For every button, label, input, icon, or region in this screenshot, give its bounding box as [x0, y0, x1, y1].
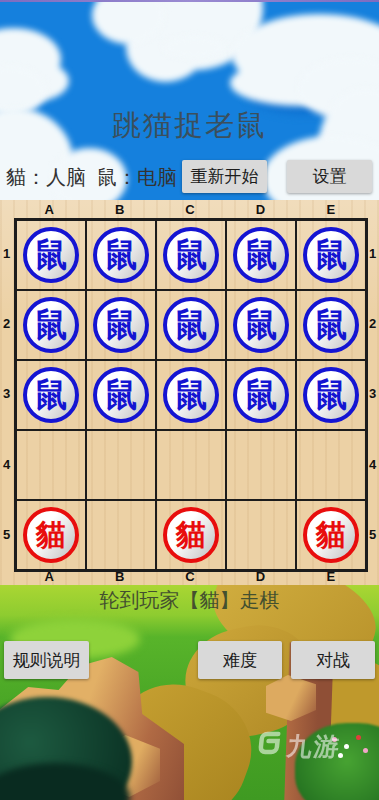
column-labels-top: ABCDE [14, 202, 366, 217]
mouse-piece-C3[interactable]: 鼠 [163, 367, 219, 423]
row-label-5: 5 [366, 500, 379, 570]
battle-button[interactable]: 对战 [291, 641, 375, 679]
col-label-A: A [14, 202, 84, 217]
cloud-shape [162, 36, 226, 58]
flower-dot [356, 735, 361, 740]
app-screen: 跳猫捉老鼠 貓：人脑 鼠：电脑 重新开始 设置 ABCDE 12345 鼠鼠鼠鼠… [0, 0, 379, 800]
mouse-piece-C1[interactable]: 鼠 [163, 227, 219, 283]
mouse-piece-C2[interactable]: 鼠 [163, 297, 219, 353]
turn-status-text: 轮到玩家【貓】走棋 [0, 587, 379, 614]
rules-button[interactable]: 规则说明 [4, 641, 89, 679]
watermark: 九游 [254, 729, 343, 763]
col-label-E: E [296, 569, 366, 584]
row-label-3: 3 [366, 359, 379, 429]
col-label-A: A [14, 569, 84, 584]
cell-C1[interactable]: 鼠 [156, 220, 226, 290]
cat-piece-A5[interactable]: 貓 [23, 507, 79, 563]
col-label-D: D [225, 202, 295, 217]
cell-B1[interactable]: 鼠 [86, 220, 156, 290]
mouse-piece-D3[interactable]: 鼠 [233, 367, 289, 423]
cell-B4[interactable] [86, 430, 156, 500]
cell-E2[interactable]: 鼠 [296, 290, 366, 360]
difficulty-button[interactable]: 难度 [198, 641, 282, 679]
mouse-piece-B2[interactable]: 鼠 [93, 297, 149, 353]
col-label-E: E [296, 202, 366, 217]
cell-D5[interactable] [226, 500, 296, 570]
mouse-piece-E3[interactable]: 鼠 [303, 367, 359, 423]
board-section: ABCDE 12345 鼠鼠鼠鼠鼠鼠鼠鼠鼠鼠鼠鼠鼠鼠鼠貓貓貓 12345 ABC… [0, 200, 379, 585]
cell-B3[interactable]: 鼠 [86, 360, 156, 430]
col-label-D: D [225, 569, 295, 584]
jiuyou-logo-icon [254, 729, 284, 763]
cat-piece-E5[interactable]: 貓 [303, 507, 359, 563]
col-label-B: B [84, 202, 154, 217]
flower-dot [363, 748, 368, 753]
row-label-1: 1 [366, 218, 379, 288]
mouse-piece-E2[interactable]: 鼠 [303, 297, 359, 353]
cell-A1[interactable]: 鼠 [16, 220, 86, 290]
cell-D2[interactable]: 鼠 [226, 290, 296, 360]
sky-header: 跳猫捉老鼠 貓：人脑 鼠：电脑 重新开始 设置 [0, 0, 379, 200]
column-labels-bottom: ABCDE [14, 569, 366, 584]
row-label-4: 4 [366, 429, 379, 499]
mouse-piece-D2[interactable]: 鼠 [233, 297, 289, 353]
cell-C3[interactable]: 鼠 [156, 360, 226, 430]
cell-E4[interactable] [296, 430, 366, 500]
row-labels-left: 12345 [0, 218, 13, 570]
cell-A2[interactable]: 鼠 [16, 290, 86, 360]
cell-D3[interactable]: 鼠 [226, 360, 296, 430]
mouse-piece-D1[interactable]: 鼠 [233, 227, 289, 283]
mouse-piece-A1[interactable]: 鼠 [23, 227, 79, 283]
players-info-label: 貓：人脑 鼠：电脑 [6, 164, 177, 191]
mouse-piece-E1[interactable]: 鼠 [303, 227, 359, 283]
row-label-3: 3 [0, 359, 13, 429]
row-label-5: 5 [0, 500, 13, 570]
cell-A4[interactable] [16, 430, 86, 500]
cell-A3[interactable]: 鼠 [16, 360, 86, 430]
row-label-2: 2 [0, 288, 13, 358]
board-grid: 鼠鼠鼠鼠鼠鼠鼠鼠鼠鼠鼠鼠鼠鼠鼠貓貓貓 [14, 218, 368, 572]
restart-button[interactable]: 重新开始 [182, 160, 267, 193]
cat-piece-C5[interactable]: 貓 [163, 507, 219, 563]
cell-B2[interactable]: 鼠 [86, 290, 156, 360]
mouse-piece-A2[interactable]: 鼠 [23, 297, 79, 353]
row-label-1: 1 [0, 218, 13, 288]
cell-E1[interactable]: 鼠 [296, 220, 366, 290]
cell-D1[interactable]: 鼠 [226, 220, 296, 290]
col-label-B: B [84, 569, 154, 584]
row-labels-right: 12345 [366, 218, 379, 570]
top-purple-strip [0, 0, 379, 2]
cell-C5[interactable]: 貓 [156, 500, 226, 570]
cell-C2[interactable]: 鼠 [156, 290, 226, 360]
cell-E3[interactable]: 鼠 [296, 360, 366, 430]
cell-C4[interactable] [156, 430, 226, 500]
row-label-4: 4 [0, 429, 13, 499]
row-label-2: 2 [366, 288, 379, 358]
cell-A5[interactable]: 貓 [16, 500, 86, 570]
cell-D4[interactable] [226, 430, 296, 500]
mouse-piece-A3[interactable]: 鼠 [23, 367, 79, 423]
col-label-C: C [155, 569, 225, 584]
flower-dot [344, 744, 349, 749]
page-title: 跳猫捉老鼠 [0, 106, 379, 146]
bottom-scene: 轮到玩家【貓】走棋 规则说明 难度 对战 九游 [0, 585, 379, 800]
cell-B5[interactable] [86, 500, 156, 570]
watermark-text: 九游 [285, 730, 342, 763]
settings-button[interactable]: 设置 [287, 160, 372, 193]
cell-E5[interactable]: 貓 [296, 500, 366, 570]
mouse-piece-B3[interactable]: 鼠 [93, 367, 149, 423]
col-label-C: C [155, 202, 225, 217]
mouse-piece-B1[interactable]: 鼠 [93, 227, 149, 283]
